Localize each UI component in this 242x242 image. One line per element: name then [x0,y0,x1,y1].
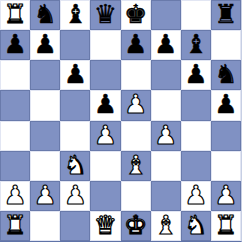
square-d2[interactable] [90,181,120,211]
square-h1[interactable]: ♜ [211,211,241,241]
white-rook-piece[interactable]: ♜ [3,211,26,240]
black-pawn-piece[interactable]: ♟ [154,30,177,59]
white-pawn-piece[interactable]: ♟ [34,181,57,210]
square-d8[interactable]: ♛ [90,0,120,30]
square-f1[interactable]: ♝ [151,211,181,241]
square-f3[interactable] [151,151,181,181]
square-c1[interactable] [60,211,90,241]
square-g5[interactable] [181,90,211,120]
black-pawn-piece[interactable]: ♟ [184,60,207,89]
square-b8[interactable]: ♞ [30,0,60,30]
chess-board: ♜♞♝♛♚♜♟♟♟♟♝♟♟♞♟♟♟♟♟♞♝♟♟♟♟♟♜♛♚♝♞♜ [0,0,242,242]
black-pawn-piece[interactable]: ♟ [214,90,237,119]
white-rook-piece[interactable]: ♜ [3,0,26,29]
black-queen-piece[interactable]: ♛ [94,0,117,29]
square-b3[interactable] [30,151,60,181]
black-knight-piece[interactable]: ♞ [34,0,57,29]
square-a5[interactable] [0,90,30,120]
square-c4[interactable] [60,121,90,151]
square-f2[interactable] [151,181,181,211]
square-f6[interactable] [151,60,181,90]
square-b6[interactable] [30,60,60,90]
square-d5[interactable]: ♟ [90,90,120,120]
square-b2[interactable]: ♟ [30,181,60,211]
square-d7[interactable] [90,30,120,60]
square-c5[interactable] [60,90,90,120]
square-g2[interactable]: ♟ [181,181,211,211]
square-e1[interactable]: ♚ [121,211,151,241]
square-a3[interactable] [0,151,30,181]
square-g6[interactable]: ♟ [181,60,211,90]
white-knight-piece[interactable]: ♞ [184,211,207,240]
square-e7[interactable]: ♟ [121,30,151,60]
square-d6[interactable] [90,60,120,90]
square-a6[interactable] [0,60,30,90]
square-h8[interactable]: ♜ [211,0,241,30]
square-d3[interactable] [90,151,120,181]
square-b1[interactable] [30,211,60,241]
square-h5[interactable]: ♟ [211,90,241,120]
black-bishop-piece[interactable]: ♝ [64,0,87,29]
square-h7[interactable] [211,30,241,60]
black-pawn-piece[interactable]: ♟ [94,90,117,119]
white-knight-piece[interactable]: ♞ [64,151,87,180]
white-pawn-piece[interactable]: ♟ [214,181,237,210]
square-c8[interactable]: ♝ [60,0,90,30]
white-king-piece[interactable]: ♚ [124,211,147,240]
square-h3[interactable] [211,151,241,181]
square-e4[interactable] [121,121,151,151]
square-c7[interactable] [60,30,90,60]
square-b7[interactable]: ♟ [30,30,60,60]
square-g1[interactable]: ♞ [181,211,211,241]
square-a1[interactable]: ♜ [0,211,30,241]
square-e6[interactable] [121,60,151,90]
white-pawn-piece[interactable]: ♟ [3,181,26,210]
square-c6[interactable]: ♟ [60,60,90,90]
square-c3[interactable]: ♞ [60,151,90,181]
square-h6[interactable]: ♞ [211,60,241,90]
white-bishop-piece[interactable]: ♝ [124,151,147,180]
square-a2[interactable]: ♟ [0,181,30,211]
square-h4[interactable] [211,121,241,151]
black-pawn-piece[interactable]: ♟ [3,30,26,59]
black-pawn-piece[interactable]: ♟ [34,30,57,59]
black-knight-piece[interactable]: ♞ [214,60,237,89]
white-rook-piece[interactable]: ♜ [214,211,237,240]
square-e2[interactable] [121,181,151,211]
square-a8[interactable]: ♜ [0,0,30,30]
square-f4[interactable]: ♟ [151,121,181,151]
square-h2[interactable]: ♟ [211,181,241,211]
square-f8[interactable] [151,0,181,30]
square-e3[interactable]: ♝ [121,151,151,181]
square-c2[interactable]: ♟ [60,181,90,211]
white-queen-piece[interactable]: ♛ [94,211,117,240]
square-b4[interactable] [30,121,60,151]
black-rook-piece[interactable]: ♜ [214,0,237,29]
black-pawn-piece[interactable]: ♟ [64,60,87,89]
square-b5[interactable] [30,90,60,120]
white-pawn-piece[interactable]: ♟ [64,181,87,210]
square-f5[interactable] [151,90,181,120]
black-pawn-piece[interactable]: ♟ [124,30,147,59]
white-pawn-piece[interactable]: ♟ [184,181,207,210]
square-g4[interactable] [181,121,211,151]
white-bishop-piece[interactable]: ♝ [154,211,177,240]
white-pawn-piece[interactable]: ♟ [154,121,177,150]
black-bishop-piece[interactable]: ♝ [184,30,207,59]
white-pawn-piece[interactable]: ♟ [124,90,147,119]
square-f7[interactable]: ♟ [151,30,181,60]
white-pawn-piece[interactable]: ♟ [94,121,117,150]
square-g7[interactable]: ♝ [181,30,211,60]
square-d1[interactable]: ♛ [90,211,120,241]
square-g8[interactable] [181,0,211,30]
square-a7[interactable]: ♟ [0,30,30,60]
black-king-piece[interactable]: ♚ [124,0,147,29]
square-e8[interactable]: ♚ [121,0,151,30]
square-e5[interactable]: ♟ [121,90,151,120]
square-a4[interactable] [0,121,30,151]
square-d4[interactable]: ♟ [90,121,120,151]
square-g3[interactable] [181,151,211,181]
